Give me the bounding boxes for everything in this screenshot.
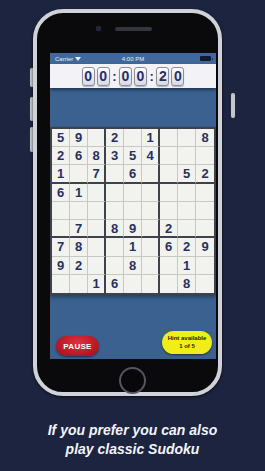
- sudoku-cell-r7c2[interactable]: 8: [70, 238, 88, 256]
- sudoku-cell-r5c2[interactable]: [70, 202, 88, 220]
- sudoku-cell-r2c9[interactable]: [196, 147, 214, 165]
- sudoku-cell-r8c4[interactable]: [106, 257, 124, 275]
- app-screen: Carrier 4:00 PM 0 0 : 0 0 : 2 0 59218268…: [50, 53, 216, 359]
- sudoku-cell-r1c6[interactable]: 1: [142, 129, 160, 147]
- sudoku-cell-r9c4[interactable]: 6: [106, 275, 124, 293]
- timer-digit: 0: [119, 67, 132, 86]
- sudoku-cell-r3c4[interactable]: [106, 165, 124, 183]
- sudoku-cell-r3c5[interactable]: 6: [124, 165, 142, 183]
- sudoku-cell-r5c5[interactable]: [124, 202, 142, 220]
- sudoku-cell-r9c3[interactable]: 1: [88, 275, 106, 293]
- sudoku-cell-r9c2[interactable]: [70, 275, 88, 293]
- sudoku-cell-r6c3[interactable]: [88, 220, 106, 238]
- phone-frame: Carrier 4:00 PM 0 0 : 0 0 : 2 0 59218268…: [33, 9, 222, 396]
- sudoku-cell-r6c4[interactable]: 8: [106, 220, 124, 238]
- sudoku-cell-r1c7[interactable]: [160, 129, 178, 147]
- sudoku-cell-r4c8[interactable]: [178, 184, 196, 202]
- sudoku-cell-r1c1[interactable]: 5: [52, 129, 70, 147]
- sudoku-cell-r3c6[interactable]: [142, 165, 160, 183]
- sudoku-cell-r1c5[interactable]: [124, 129, 142, 147]
- sudoku-cell-r4c1[interactable]: 6: [52, 184, 70, 202]
- sudoku-cell-r5c9[interactable]: [196, 202, 214, 220]
- sudoku-cell-r8c5[interactable]: 8: [124, 257, 142, 275]
- timer-bar: 0 0 : 0 0 : 2 0: [50, 64, 216, 88]
- sudoku-cell-r6c9[interactable]: [196, 220, 214, 238]
- sudoku-cell-r5c3[interactable]: [88, 202, 106, 220]
- sudoku-cell-r5c6[interactable]: [142, 202, 160, 220]
- sudoku-cell-r8c3[interactable]: [88, 257, 106, 275]
- timer-digit: 0: [134, 67, 147, 86]
- sudoku-cell-r5c8[interactable]: [178, 202, 196, 220]
- timer-digit: 0: [82, 67, 95, 86]
- sudoku-cell-r4c2[interactable]: 1: [70, 184, 88, 202]
- front-camera-icon: [96, 26, 101, 31]
- sudoku-cell-r7c3[interactable]: [88, 238, 106, 256]
- caption: If you prefer you can also play classic …: [0, 421, 265, 460]
- sudoku-cell-r9c7[interactable]: [160, 275, 178, 293]
- sudoku-cell-r8c6[interactable]: [142, 257, 160, 275]
- status-time: 4:00 PM: [50, 56, 216, 62]
- caption-line1: If you prefer you can also: [0, 421, 265, 440]
- sudoku-cell-r9c8[interactable]: 8: [178, 275, 196, 293]
- sudoku-cell-r9c5[interactable]: [124, 275, 142, 293]
- sudoku-cell-r6c1[interactable]: [52, 220, 70, 238]
- sudoku-cell-r5c4[interactable]: [106, 202, 124, 220]
- sudoku-cell-r2c5[interactable]: 5: [124, 147, 142, 165]
- earpiece-speaker: [115, 27, 152, 31]
- sudoku-cell-r6c7[interactable]: 2: [160, 220, 178, 238]
- sudoku-cell-r7c8[interactable]: 2: [178, 238, 196, 256]
- sudoku-cell-r2c8[interactable]: [178, 147, 196, 165]
- sudoku-cell-r1c9[interactable]: 8: [196, 129, 214, 147]
- pause-button[interactable]: PAUSE: [56, 336, 99, 356]
- sudoku-cell-r7c5[interactable]: 1: [124, 238, 142, 256]
- sudoku-cell-r2c6[interactable]: 4: [142, 147, 160, 165]
- sudoku-cell-r4c9[interactable]: [196, 184, 214, 202]
- hint-line1: Hint available: [168, 335, 207, 343]
- page: Carrier 4:00 PM 0 0 : 0 0 : 2 0 59218268…: [0, 0, 265, 471]
- caption-line2: play classic Sudoku: [0, 440, 265, 459]
- sudoku-cell-r6c5[interactable]: 9: [124, 220, 142, 238]
- sudoku-cell-r7c6[interactable]: [142, 238, 160, 256]
- sudoku-cell-r8c1[interactable]: 9: [52, 257, 70, 275]
- power-button: [231, 93, 235, 118]
- sudoku-cell-r2c1[interactable]: 2: [52, 147, 70, 165]
- sudoku-cell-r1c3[interactable]: [88, 129, 106, 147]
- sudoku-cell-r3c8[interactable]: 5: [178, 165, 196, 183]
- sudoku-cell-r4c5[interactable]: [124, 184, 142, 202]
- sudoku-cell-r2c2[interactable]: 6: [70, 147, 88, 165]
- status-bar: Carrier 4:00 PM: [50, 53, 216, 64]
- sudoku-cell-r2c4[interactable]: 3: [106, 147, 124, 165]
- battery-icon: [200, 56, 211, 61]
- sudoku-cell-r3c9[interactable]: 2: [196, 165, 214, 183]
- sudoku-cell-r5c1[interactable]: [52, 202, 70, 220]
- hint-line2: 1 of 5: [179, 343, 195, 351]
- sudoku-cell-r9c9[interactable]: [196, 275, 214, 293]
- sudoku-cell-r7c1[interactable]: 7: [52, 238, 70, 256]
- timer-digit: 0: [97, 67, 110, 86]
- sudoku-cell-r1c4[interactable]: 2: [106, 129, 124, 147]
- sudoku-cell-r5c7[interactable]: [160, 202, 178, 220]
- timer-separator: :: [112, 69, 117, 84]
- hint-button[interactable]: Hint available 1 of 5: [162, 331, 212, 354]
- sudoku-cell-r1c8[interactable]: [178, 129, 196, 147]
- timer-separator: :: [149, 69, 154, 84]
- timer-digit: 2: [156, 67, 169, 86]
- sudoku-cell-r9c1[interactable]: [52, 275, 70, 293]
- sudoku-cell-r4c4[interactable]: [106, 184, 124, 202]
- sudoku-cell-r2c3[interactable]: 8: [88, 147, 106, 165]
- timer-digit: 0: [171, 67, 184, 86]
- sudoku-cell-r3c3[interactable]: 7: [88, 165, 106, 183]
- sudoku-cell-r9c6[interactable]: [142, 275, 160, 293]
- sudoku-cell-r4c6[interactable]: [142, 184, 160, 202]
- sudoku-cell-r3c2[interactable]: [70, 165, 88, 183]
- sudoku-cell-r6c8[interactable]: [178, 220, 196, 238]
- sudoku-cell-r7c4[interactable]: [106, 238, 124, 256]
- sudoku-cell-r7c7[interactable]: 6: [160, 238, 178, 256]
- sudoku-cell-r3c1[interactable]: 1: [52, 165, 70, 183]
- sudoku-cell-r7c9[interactable]: 9: [196, 238, 214, 256]
- sudoku-cell-r8c9[interactable]: [196, 257, 214, 275]
- sudoku-cell-r8c2[interactable]: 2: [70, 257, 88, 275]
- sudoku-cell-r6c2[interactable]: 7: [70, 220, 88, 238]
- sudoku-cell-r2c7[interactable]: [160, 147, 178, 165]
- home-button[interactable]: [119, 367, 146, 394]
- sudoku-grid: 59218268354176526178927816299281168: [50, 127, 216, 295]
- sudoku-cell-r6c6[interactable]: [142, 220, 160, 238]
- sudoku-cell-r4c7[interactable]: [160, 184, 178, 202]
- sudoku-cell-r4c3[interactable]: [88, 184, 106, 202]
- sudoku-cell-r8c7[interactable]: [160, 257, 178, 275]
- sudoku-cell-r3c7[interactable]: [160, 165, 178, 183]
- sudoku-cell-r8c8[interactable]: 1: [178, 257, 196, 275]
- sudoku-cell-r1c2[interactable]: 9: [70, 129, 88, 147]
